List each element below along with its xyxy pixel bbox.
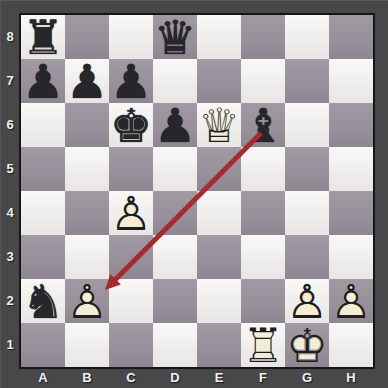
square-b5[interactable] xyxy=(65,147,109,191)
square-e1[interactable] xyxy=(197,323,241,367)
square-g3[interactable] xyxy=(285,235,329,279)
rank-label-6: 6 xyxy=(0,103,20,147)
square-b7[interactable]: ♟ xyxy=(65,59,109,103)
black-pawn-glyph: ♟ xyxy=(109,59,153,103)
square-g8[interactable] xyxy=(285,15,329,59)
square-c5[interactable] xyxy=(109,147,153,191)
square-b3[interactable] xyxy=(65,235,109,279)
piece-black-queen[interactable]: ♛ xyxy=(153,15,197,59)
square-a6[interactable] xyxy=(21,103,65,147)
square-d2[interactable] xyxy=(153,279,197,323)
piece-black-pawn[interactable]: ♟ xyxy=(65,59,109,103)
square-h4[interactable] xyxy=(329,191,373,235)
square-h5[interactable] xyxy=(329,147,373,191)
file-label-h: H xyxy=(329,369,373,387)
square-e7[interactable] xyxy=(197,59,241,103)
piece-black-pawn[interactable]: ♟ xyxy=(153,103,197,147)
file-label-c: C xyxy=(109,369,153,387)
piece-black-rook[interactable]: ♜ xyxy=(21,15,65,59)
square-c3[interactable] xyxy=(109,235,153,279)
square-g4[interactable] xyxy=(285,191,329,235)
square-d1[interactable] xyxy=(153,323,197,367)
chess-board: ♜♛♟♟♟♚♟♛♕♝♟♙♞♟♙♟♙♟♙♜♖♚♔ xyxy=(21,15,373,367)
square-a1[interactable] xyxy=(21,323,65,367)
piece-white-pawn[interactable]: ♟♙ xyxy=(329,279,373,323)
square-e2[interactable] xyxy=(197,279,241,323)
piece-black-pawn[interactable]: ♟ xyxy=(109,59,153,103)
square-a7[interactable]: ♟ xyxy=(21,59,65,103)
square-d6[interactable]: ♟ xyxy=(153,103,197,147)
file-label-g: G xyxy=(285,369,329,387)
square-e8[interactable] xyxy=(197,15,241,59)
rank-label-1: 1 xyxy=(0,323,20,367)
white-king-outline: ♔ xyxy=(285,323,329,367)
square-g5[interactable] xyxy=(285,147,329,191)
square-d5[interactable] xyxy=(153,147,197,191)
chess-board-frame: 87654321 ♜♛♟♟♟♚♟♛♕♝♟♙♞♟♙♟♙♟♙♜♖♚♔ ABCDEFG… xyxy=(0,0,388,388)
square-c6[interactable]: ♚ xyxy=(109,103,153,147)
square-d4[interactable] xyxy=(153,191,197,235)
rank-label-5: 5 xyxy=(0,147,20,191)
square-h1[interactable] xyxy=(329,323,373,367)
square-f8[interactable] xyxy=(241,15,285,59)
piece-white-pawn[interactable]: ♟♙ xyxy=(65,279,109,323)
square-b6[interactable] xyxy=(65,103,109,147)
square-d7[interactable] xyxy=(153,59,197,103)
square-e3[interactable] xyxy=(197,235,241,279)
square-e6[interactable]: ♛♕ xyxy=(197,103,241,147)
square-c8[interactable] xyxy=(109,15,153,59)
square-f6[interactable]: ♝ xyxy=(241,103,285,147)
file-label-b: B xyxy=(65,369,109,387)
black-king-glyph: ♚ xyxy=(109,103,153,147)
square-g6[interactable] xyxy=(285,103,329,147)
square-a4[interactable] xyxy=(21,191,65,235)
white-queen-outline: ♕ xyxy=(197,103,241,147)
white-pawn-outline: ♙ xyxy=(329,279,373,323)
square-d8[interactable]: ♛ xyxy=(153,15,197,59)
rank-label-8: 8 xyxy=(0,15,20,59)
piece-white-king[interactable]: ♚♔ xyxy=(285,323,329,367)
piece-black-pawn[interactable]: ♟ xyxy=(21,59,65,103)
square-f4[interactable] xyxy=(241,191,285,235)
square-g1[interactable]: ♚♔ xyxy=(285,323,329,367)
square-b8[interactable] xyxy=(65,15,109,59)
square-b4[interactable] xyxy=(65,191,109,235)
square-a3[interactable] xyxy=(21,235,65,279)
piece-black-king[interactable]: ♚ xyxy=(109,103,153,147)
square-d3[interactable] xyxy=(153,235,197,279)
piece-white-pawn[interactable]: ♟♙ xyxy=(285,279,329,323)
square-c4[interactable]: ♟♙ xyxy=(109,191,153,235)
square-b2[interactable]: ♟♙ xyxy=(65,279,109,323)
square-f5[interactable] xyxy=(241,147,285,191)
file-label-d: D xyxy=(153,369,197,387)
piece-white-rook[interactable]: ♜♖ xyxy=(241,323,285,367)
white-rook-outline: ♖ xyxy=(241,323,285,367)
rank-label-4: 4 xyxy=(0,191,20,235)
black-pawn-glyph: ♟ xyxy=(21,59,65,103)
square-a8[interactable]: ♜ xyxy=(21,15,65,59)
file-label-a: A xyxy=(21,369,65,387)
black-queen-glyph: ♛ xyxy=(153,15,197,59)
square-h2[interactable]: ♟♙ xyxy=(329,279,373,323)
square-h3[interactable] xyxy=(329,235,373,279)
square-h7[interactable] xyxy=(329,59,373,103)
white-pawn-outline: ♙ xyxy=(285,279,329,323)
piece-black-knight[interactable]: ♞ xyxy=(21,279,65,323)
black-bishop-glyph: ♝ xyxy=(241,103,285,147)
black-rook-glyph: ♜ xyxy=(21,15,65,59)
square-e5[interactable] xyxy=(197,147,241,191)
square-f7[interactable] xyxy=(241,59,285,103)
square-b1[interactable] xyxy=(65,323,109,367)
rank-label-2: 2 xyxy=(0,279,20,323)
piece-white-queen[interactable]: ♛♕ xyxy=(197,103,241,147)
white-pawn-outline: ♙ xyxy=(65,279,109,323)
square-g7[interactable] xyxy=(285,59,329,103)
rank-label-3: 3 xyxy=(0,235,20,279)
square-f1[interactable]: ♜♖ xyxy=(241,323,285,367)
black-pawn-glyph: ♟ xyxy=(65,59,109,103)
piece-white-pawn[interactable]: ♟♙ xyxy=(109,191,153,235)
file-label-f: F xyxy=(241,369,285,387)
rank-label-7: 7 xyxy=(0,59,20,103)
square-e4[interactable] xyxy=(197,191,241,235)
square-c1[interactable] xyxy=(109,323,153,367)
square-f3[interactable] xyxy=(241,235,285,279)
square-f2[interactable] xyxy=(241,279,285,323)
black-pawn-glyph: ♟ xyxy=(153,103,197,147)
square-c2[interactable] xyxy=(109,279,153,323)
piece-black-bishop[interactable]: ♝ xyxy=(241,103,285,147)
square-h8[interactable] xyxy=(329,15,373,59)
square-a5[interactable] xyxy=(21,147,65,191)
file-label-e: E xyxy=(197,369,241,387)
white-pawn-outline: ♙ xyxy=(109,191,153,235)
black-knight-glyph: ♞ xyxy=(21,279,65,323)
square-c7[interactable]: ♟ xyxy=(109,59,153,103)
square-g2[interactable]: ♟♙ xyxy=(285,279,329,323)
square-h6[interactable] xyxy=(329,103,373,147)
square-a2[interactable]: ♞ xyxy=(21,279,65,323)
